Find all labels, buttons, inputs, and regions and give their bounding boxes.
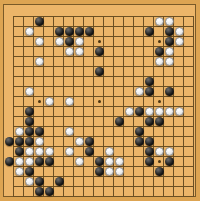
intersection[interactable]	[144, 146, 154, 156]
intersection[interactable]	[114, 26, 124, 36]
intersection[interactable]	[74, 156, 84, 166]
intersection[interactable]	[54, 66, 64, 76]
intersection[interactable]	[124, 16, 134, 26]
intersection[interactable]	[34, 86, 44, 96]
intersection[interactable]	[54, 146, 64, 156]
intersection[interactable]	[24, 96, 34, 106]
intersection[interactable]	[174, 36, 184, 46]
intersection[interactable]	[24, 136, 34, 146]
intersection[interactable]	[154, 46, 164, 56]
intersection[interactable]	[164, 86, 174, 96]
intersection[interactable]	[144, 156, 154, 166]
intersection[interactable]	[94, 16, 104, 26]
intersection[interactable]	[64, 96, 74, 106]
intersection[interactable]	[154, 116, 164, 126]
intersection[interactable]	[34, 76, 44, 86]
intersection[interactable]	[44, 96, 54, 106]
intersection[interactable]	[14, 56, 24, 66]
intersection[interactable]	[54, 116, 64, 126]
intersection[interactable]	[44, 106, 54, 116]
intersection[interactable]	[104, 116, 114, 126]
go-board[interactable]	[0, 0, 200, 201]
intersection[interactable]	[24, 166, 34, 176]
intersection[interactable]	[54, 56, 64, 66]
intersection[interactable]	[54, 6, 64, 16]
intersection[interactable]	[74, 46, 84, 56]
intersection[interactable]	[94, 26, 104, 36]
intersection[interactable]	[144, 16, 154, 26]
intersection[interactable]	[174, 96, 184, 106]
intersection[interactable]	[154, 186, 164, 196]
intersection[interactable]	[174, 146, 184, 156]
intersection[interactable]	[54, 156, 64, 166]
intersection[interactable]	[184, 146, 194, 156]
intersection[interactable]	[184, 156, 194, 166]
intersection[interactable]	[4, 166, 14, 176]
intersection[interactable]	[74, 36, 84, 46]
intersection[interactable]	[14, 176, 24, 186]
intersection[interactable]	[94, 86, 104, 96]
intersection[interactable]	[104, 106, 114, 116]
intersection[interactable]	[14, 116, 24, 126]
intersection[interactable]	[114, 56, 124, 66]
intersection[interactable]	[144, 116, 154, 126]
intersection[interactable]	[34, 156, 44, 166]
intersection[interactable]	[134, 136, 144, 146]
intersection[interactable]	[54, 126, 64, 136]
intersection[interactable]	[34, 116, 44, 126]
intersection[interactable]	[34, 46, 44, 56]
intersection[interactable]	[4, 46, 14, 56]
intersection[interactable]	[184, 76, 194, 86]
intersection[interactable]	[24, 76, 34, 86]
intersection[interactable]	[64, 166, 74, 176]
intersection[interactable]	[114, 116, 124, 126]
intersection[interactable]	[44, 76, 54, 86]
intersection[interactable]	[164, 66, 174, 76]
intersection[interactable]	[114, 66, 124, 76]
intersection[interactable]	[104, 76, 114, 86]
intersection[interactable]	[4, 66, 14, 76]
intersection[interactable]	[74, 66, 84, 76]
intersection[interactable]	[154, 146, 164, 156]
intersection[interactable]	[124, 86, 134, 96]
intersection[interactable]	[154, 86, 164, 96]
intersection[interactable]	[44, 176, 54, 186]
intersection[interactable]	[184, 36, 194, 46]
intersection[interactable]	[154, 26, 164, 36]
intersection[interactable]	[4, 16, 14, 26]
intersection[interactable]	[164, 146, 174, 156]
intersection[interactable]	[64, 116, 74, 126]
intersection[interactable]	[84, 106, 94, 116]
intersection[interactable]	[24, 146, 34, 156]
intersection[interactable]	[144, 186, 154, 196]
intersection[interactable]	[24, 106, 34, 116]
intersection[interactable]	[4, 106, 14, 116]
intersection[interactable]	[44, 6, 54, 16]
intersection[interactable]	[24, 16, 34, 26]
intersection[interactable]	[4, 116, 14, 126]
intersection[interactable]	[74, 146, 84, 156]
intersection[interactable]	[154, 66, 164, 76]
intersection[interactable]	[14, 86, 24, 96]
intersection[interactable]	[14, 186, 24, 196]
intersection[interactable]	[104, 86, 114, 96]
intersection[interactable]	[94, 156, 104, 166]
intersection[interactable]	[164, 36, 174, 46]
intersection[interactable]	[144, 66, 154, 76]
intersection[interactable]	[64, 146, 74, 156]
intersection[interactable]	[14, 76, 24, 86]
intersection[interactable]	[184, 16, 194, 26]
intersection[interactable]	[54, 16, 64, 26]
intersection[interactable]	[174, 56, 184, 66]
intersection[interactable]	[114, 106, 124, 116]
intersection[interactable]	[104, 36, 114, 46]
intersection[interactable]	[114, 166, 124, 176]
intersection[interactable]	[124, 116, 134, 126]
intersection[interactable]	[174, 6, 184, 16]
intersection[interactable]	[34, 126, 44, 136]
intersection[interactable]	[154, 76, 164, 86]
intersection[interactable]	[144, 136, 154, 146]
intersection[interactable]	[94, 166, 104, 176]
intersection[interactable]	[74, 26, 84, 36]
intersection[interactable]	[174, 186, 184, 196]
intersection[interactable]	[24, 86, 34, 96]
intersection[interactable]	[134, 26, 144, 36]
intersection[interactable]	[134, 126, 144, 136]
intersection[interactable]	[64, 76, 74, 86]
intersection[interactable]	[174, 106, 184, 116]
intersection[interactable]	[174, 166, 184, 176]
intersection[interactable]	[164, 186, 174, 196]
intersection[interactable]	[124, 166, 134, 176]
intersection[interactable]	[14, 146, 24, 156]
intersection[interactable]	[84, 136, 94, 146]
intersection[interactable]	[114, 36, 124, 46]
intersection[interactable]	[84, 166, 94, 176]
intersection[interactable]	[134, 76, 144, 86]
intersection[interactable]	[174, 126, 184, 136]
intersection[interactable]	[84, 146, 94, 156]
intersection[interactable]	[114, 16, 124, 26]
board-grid[interactable]	[4, 6, 194, 196]
intersection[interactable]	[44, 26, 54, 36]
intersection[interactable]	[144, 106, 154, 116]
intersection[interactable]	[44, 66, 54, 76]
intersection[interactable]	[184, 106, 194, 116]
intersection[interactable]	[104, 96, 114, 106]
intersection[interactable]	[94, 76, 104, 86]
intersection[interactable]	[104, 56, 114, 66]
intersection[interactable]	[134, 6, 144, 16]
intersection[interactable]	[154, 56, 164, 66]
intersection[interactable]	[114, 126, 124, 136]
intersection[interactable]	[164, 136, 174, 146]
intersection[interactable]	[84, 96, 94, 106]
intersection[interactable]	[164, 76, 174, 86]
intersection[interactable]	[164, 16, 174, 26]
intersection[interactable]	[74, 96, 84, 106]
intersection[interactable]	[14, 156, 24, 166]
intersection[interactable]	[134, 46, 144, 56]
intersection[interactable]	[14, 46, 24, 56]
intersection[interactable]	[124, 56, 134, 66]
intersection[interactable]	[54, 136, 64, 146]
intersection[interactable]	[184, 56, 194, 66]
intersection[interactable]	[44, 116, 54, 126]
intersection[interactable]	[104, 156, 114, 166]
intersection[interactable]	[24, 156, 34, 166]
intersection[interactable]	[34, 66, 44, 76]
intersection[interactable]	[174, 116, 184, 126]
intersection[interactable]	[154, 126, 164, 136]
intersection[interactable]	[44, 186, 54, 196]
intersection[interactable]	[164, 156, 174, 166]
intersection[interactable]	[114, 136, 124, 146]
intersection[interactable]	[4, 36, 14, 46]
intersection[interactable]	[34, 96, 44, 106]
intersection[interactable]	[184, 26, 194, 36]
intersection[interactable]	[94, 116, 104, 126]
intersection[interactable]	[34, 26, 44, 36]
intersection[interactable]	[64, 186, 74, 196]
intersection[interactable]	[84, 36, 94, 46]
intersection[interactable]	[44, 156, 54, 166]
intersection[interactable]	[184, 86, 194, 96]
intersection[interactable]	[144, 6, 154, 16]
intersection[interactable]	[124, 136, 134, 146]
intersection[interactable]	[154, 16, 164, 26]
intersection[interactable]	[44, 136, 54, 146]
intersection[interactable]	[124, 186, 134, 196]
intersection[interactable]	[54, 46, 64, 56]
intersection[interactable]	[164, 26, 174, 36]
intersection[interactable]	[14, 66, 24, 76]
intersection[interactable]	[64, 56, 74, 66]
intersection[interactable]	[94, 36, 104, 46]
intersection[interactable]	[184, 166, 194, 176]
intersection[interactable]	[144, 36, 154, 46]
intersection[interactable]	[164, 106, 174, 116]
intersection[interactable]	[104, 166, 114, 176]
intersection[interactable]	[154, 136, 164, 146]
intersection[interactable]	[94, 56, 104, 66]
intersection[interactable]	[114, 146, 124, 156]
intersection[interactable]	[84, 16, 94, 26]
intersection[interactable]	[54, 106, 64, 116]
intersection[interactable]	[94, 66, 104, 76]
intersection[interactable]	[54, 166, 64, 176]
intersection[interactable]	[64, 176, 74, 186]
intersection[interactable]	[164, 116, 174, 126]
intersection[interactable]	[134, 176, 144, 186]
intersection[interactable]	[124, 46, 134, 56]
intersection[interactable]	[64, 66, 74, 76]
intersection[interactable]	[164, 126, 174, 136]
intersection[interactable]	[104, 146, 114, 156]
intersection[interactable]	[134, 186, 144, 196]
intersection[interactable]	[64, 26, 74, 36]
intersection[interactable]	[34, 36, 44, 46]
intersection[interactable]	[4, 146, 14, 156]
intersection[interactable]	[144, 76, 154, 86]
intersection[interactable]	[14, 166, 24, 176]
intersection[interactable]	[24, 26, 34, 36]
intersection[interactable]	[94, 186, 104, 196]
intersection[interactable]	[54, 186, 64, 196]
intersection[interactable]	[84, 56, 94, 66]
intersection[interactable]	[94, 126, 104, 136]
intersection[interactable]	[34, 56, 44, 66]
intersection[interactable]	[44, 86, 54, 96]
intersection[interactable]	[154, 96, 164, 106]
intersection[interactable]	[184, 186, 194, 196]
intersection[interactable]	[34, 146, 44, 156]
intersection[interactable]	[24, 186, 34, 196]
intersection[interactable]	[54, 76, 64, 86]
intersection[interactable]	[94, 96, 104, 106]
intersection[interactable]	[14, 36, 24, 46]
intersection[interactable]	[184, 176, 194, 186]
intersection[interactable]	[14, 16, 24, 26]
intersection[interactable]	[74, 126, 84, 136]
intersection[interactable]	[4, 86, 14, 96]
intersection[interactable]	[184, 46, 194, 56]
intersection[interactable]	[154, 166, 164, 176]
intersection[interactable]	[44, 46, 54, 56]
intersection[interactable]	[154, 156, 164, 166]
intersection[interactable]	[74, 186, 84, 196]
intersection[interactable]	[154, 176, 164, 186]
intersection[interactable]	[84, 66, 94, 76]
intersection[interactable]	[44, 166, 54, 176]
intersection[interactable]	[24, 66, 34, 76]
intersection[interactable]	[124, 156, 134, 166]
intersection[interactable]	[104, 6, 114, 16]
intersection[interactable]	[54, 36, 64, 46]
intersection[interactable]	[4, 176, 14, 186]
intersection[interactable]	[84, 116, 94, 126]
intersection[interactable]	[74, 176, 84, 186]
intersection[interactable]	[154, 36, 164, 46]
intersection[interactable]	[64, 16, 74, 26]
intersection[interactable]	[154, 106, 164, 116]
intersection[interactable]	[104, 66, 114, 76]
intersection[interactable]	[164, 56, 174, 66]
intersection[interactable]	[74, 86, 84, 96]
intersection[interactable]	[74, 76, 84, 86]
intersection[interactable]	[114, 6, 124, 16]
intersection[interactable]	[24, 6, 34, 16]
intersection[interactable]	[124, 76, 134, 86]
intersection[interactable]	[134, 146, 144, 156]
intersection[interactable]	[24, 46, 34, 56]
intersection[interactable]	[44, 146, 54, 156]
intersection[interactable]	[114, 86, 124, 96]
intersection[interactable]	[124, 36, 134, 46]
intersection[interactable]	[114, 156, 124, 166]
intersection[interactable]	[74, 56, 84, 66]
intersection[interactable]	[174, 156, 184, 166]
intersection[interactable]	[4, 186, 14, 196]
intersection[interactable]	[134, 156, 144, 166]
intersection[interactable]	[154, 6, 164, 16]
intersection[interactable]	[34, 6, 44, 16]
intersection[interactable]	[4, 126, 14, 136]
intersection[interactable]	[174, 76, 184, 86]
intersection[interactable]	[174, 136, 184, 146]
intersection[interactable]	[14, 26, 24, 36]
intersection[interactable]	[164, 6, 174, 16]
intersection[interactable]	[184, 136, 194, 146]
intersection[interactable]	[74, 136, 84, 146]
intersection[interactable]	[164, 46, 174, 56]
intersection[interactable]	[114, 176, 124, 186]
intersection[interactable]	[24, 56, 34, 66]
intersection[interactable]	[24, 176, 34, 186]
intersection[interactable]	[104, 16, 114, 26]
intersection[interactable]	[44, 16, 54, 26]
intersection[interactable]	[24, 116, 34, 126]
intersection[interactable]	[144, 126, 154, 136]
intersection[interactable]	[44, 56, 54, 66]
intersection[interactable]	[94, 136, 104, 146]
intersection[interactable]	[124, 26, 134, 36]
intersection[interactable]	[184, 6, 194, 16]
intersection[interactable]	[34, 136, 44, 146]
intersection[interactable]	[94, 176, 104, 186]
intersection[interactable]	[4, 26, 14, 36]
intersection[interactable]	[114, 46, 124, 56]
intersection[interactable]	[184, 126, 194, 136]
intersection[interactable]	[134, 106, 144, 116]
intersection[interactable]	[124, 96, 134, 106]
intersection[interactable]	[34, 186, 44, 196]
intersection[interactable]	[164, 166, 174, 176]
intersection[interactable]	[174, 26, 184, 36]
intersection[interactable]	[144, 86, 154, 96]
intersection[interactable]	[134, 86, 144, 96]
intersection[interactable]	[34, 106, 44, 116]
intersection[interactable]	[184, 116, 194, 126]
intersection[interactable]	[164, 176, 174, 186]
intersection[interactable]	[34, 176, 44, 186]
intersection[interactable]	[134, 56, 144, 66]
intersection[interactable]	[4, 6, 14, 16]
intersection[interactable]	[104, 176, 114, 186]
intersection[interactable]	[94, 106, 104, 116]
intersection[interactable]	[14, 96, 24, 106]
intersection[interactable]	[144, 26, 154, 36]
intersection[interactable]	[124, 6, 134, 16]
intersection[interactable]	[184, 66, 194, 76]
intersection[interactable]	[74, 106, 84, 116]
intersection[interactable]	[124, 66, 134, 76]
intersection[interactable]	[74, 166, 84, 176]
intersection[interactable]	[4, 96, 14, 106]
intersection[interactable]	[114, 76, 124, 86]
intersection[interactable]	[94, 146, 104, 156]
intersection[interactable]	[134, 66, 144, 76]
intersection[interactable]	[124, 176, 134, 186]
intersection[interactable]	[74, 16, 84, 26]
intersection[interactable]	[144, 46, 154, 56]
intersection[interactable]	[4, 136, 14, 146]
intersection[interactable]	[84, 186, 94, 196]
